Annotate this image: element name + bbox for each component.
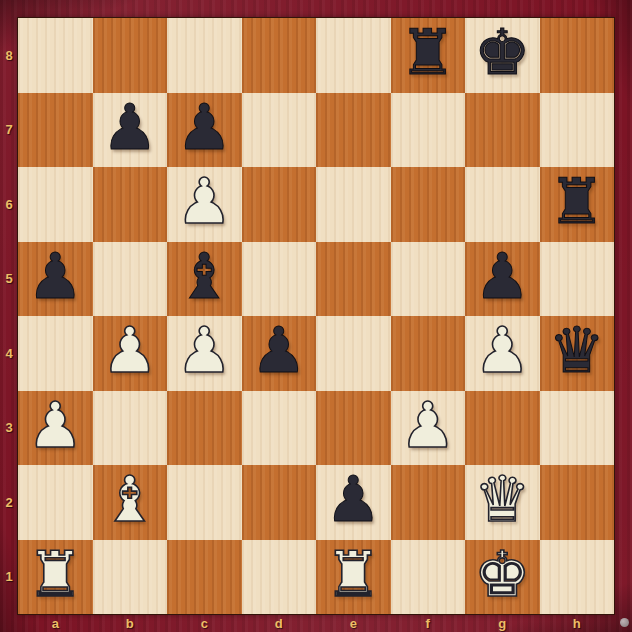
- piece-black-rook[interactable]: ♜: [549, 167, 605, 239]
- file-label-g: g: [465, 614, 540, 632]
- square-b5[interactable]: [93, 242, 168, 317]
- piece-white-pawn[interactable]: ♟: [474, 316, 530, 388]
- file-label-c: c: [167, 614, 242, 632]
- square-e8[interactable]: [316, 18, 391, 93]
- square-b4[interactable]: ♟: [93, 316, 168, 391]
- rank-label-6: 6: [0, 167, 18, 242]
- square-f7[interactable]: [391, 93, 466, 168]
- square-a8[interactable]: [18, 18, 93, 93]
- square-h7[interactable]: [540, 93, 615, 168]
- square-c2[interactable]: [167, 465, 242, 540]
- square-e1[interactable]: ♜: [316, 540, 391, 615]
- square-e5[interactable]: [316, 242, 391, 317]
- square-g2[interactable]: ♛: [465, 465, 540, 540]
- square-c1[interactable]: [167, 540, 242, 615]
- piece-black-queen[interactable]: ♛: [549, 316, 605, 388]
- file-label-e: e: [316, 614, 391, 632]
- square-d3[interactable]: [242, 391, 317, 466]
- chess-board: ♜♚♟♟♟♜♟♝♟♟♟♟♟♛♟♟♝♟♛♜♜♚: [18, 18, 614, 614]
- square-f8[interactable]: ♜: [391, 18, 466, 93]
- piece-white-pawn[interactable]: ♟: [176, 167, 232, 239]
- square-c5[interactable]: ♝: [167, 242, 242, 317]
- square-h4[interactable]: ♛: [540, 316, 615, 391]
- square-f6[interactable]: [391, 167, 466, 242]
- square-b2[interactable]: ♝: [93, 465, 168, 540]
- square-d4[interactable]: ♟: [242, 316, 317, 391]
- square-h6[interactable]: ♜: [540, 167, 615, 242]
- rank-label-3: 3: [0, 391, 18, 466]
- square-d6[interactable]: [242, 167, 317, 242]
- piece-white-queen[interactable]: ♛: [474, 465, 530, 537]
- square-c4[interactable]: ♟: [167, 316, 242, 391]
- square-a5[interactable]: ♟: [18, 242, 93, 317]
- square-c3[interactable]: [167, 391, 242, 466]
- square-d1[interactable]: [242, 540, 317, 615]
- piece-black-pawn[interactable]: ♟: [102, 93, 158, 165]
- rank-label-5: 5: [0, 242, 18, 317]
- piece-black-pawn[interactable]: ♟: [325, 465, 381, 537]
- square-a1[interactable]: ♜: [18, 540, 93, 615]
- square-f2[interactable]: [391, 465, 466, 540]
- square-f3[interactable]: ♟: [391, 391, 466, 466]
- piece-black-king[interactable]: ♚: [474, 18, 530, 90]
- rank-label-7: 7: [0, 93, 18, 168]
- piece-black-pawn[interactable]: ♟: [176, 93, 232, 165]
- rank-label-8: 8: [0, 18, 18, 93]
- square-b6[interactable]: [93, 167, 168, 242]
- square-g1[interactable]: ♚: [465, 540, 540, 615]
- square-f4[interactable]: [391, 316, 466, 391]
- square-g6[interactable]: [465, 167, 540, 242]
- square-b7[interactable]: ♟: [93, 93, 168, 168]
- resize-dot: [620, 618, 629, 627]
- square-d8[interactable]: [242, 18, 317, 93]
- square-b8[interactable]: [93, 18, 168, 93]
- square-g8[interactable]: ♚: [465, 18, 540, 93]
- square-h3[interactable]: [540, 391, 615, 466]
- piece-white-pawn[interactable]: ♟: [102, 316, 158, 388]
- square-d7[interactable]: [242, 93, 317, 168]
- file-label-d: d: [242, 614, 317, 632]
- square-e4[interactable]: [316, 316, 391, 391]
- piece-white-pawn[interactable]: ♟: [27, 391, 83, 463]
- file-labels: abcdefgh: [18, 614, 614, 632]
- piece-white-bishop[interactable]: ♝: [102, 465, 158, 537]
- square-c8[interactable]: [167, 18, 242, 93]
- square-a6[interactable]: [18, 167, 93, 242]
- square-f1[interactable]: [391, 540, 466, 615]
- square-h8[interactable]: [540, 18, 615, 93]
- square-c6[interactable]: ♟: [167, 167, 242, 242]
- piece-white-pawn[interactable]: ♟: [400, 391, 456, 463]
- piece-black-pawn[interactable]: ♟: [251, 316, 307, 388]
- piece-black-pawn[interactable]: ♟: [474, 242, 530, 314]
- piece-white-pawn[interactable]: ♟: [176, 316, 232, 388]
- square-g3[interactable]: [465, 391, 540, 466]
- square-c7[interactable]: ♟: [167, 93, 242, 168]
- rank-labels: 87654321: [0, 18, 18, 614]
- square-a7[interactable]: [18, 93, 93, 168]
- board-frame: 87654321 ♜♚♟♟♟♜♟♝♟♟♟♟♟♛♟♟♝♟♛♜♜♚ abcdefgh: [0, 0, 632, 632]
- square-h5[interactable]: [540, 242, 615, 317]
- rank-label-1: 1: [0, 540, 18, 615]
- square-e7[interactable]: [316, 93, 391, 168]
- square-d5[interactable]: [242, 242, 317, 317]
- square-b3[interactable]: [93, 391, 168, 466]
- square-h1[interactable]: [540, 540, 615, 615]
- piece-white-king[interactable]: ♚: [474, 540, 530, 612]
- piece-white-rook[interactable]: ♜: [27, 540, 83, 612]
- square-e3[interactable]: [316, 391, 391, 466]
- square-b1[interactable]: [93, 540, 168, 615]
- square-h2[interactable]: [540, 465, 615, 540]
- square-f5[interactable]: [391, 242, 466, 317]
- square-g5[interactable]: ♟: [465, 242, 540, 317]
- rank-label-4: 4: [0, 316, 18, 391]
- square-g7[interactable]: [465, 93, 540, 168]
- square-a4[interactable]: [18, 316, 93, 391]
- piece-black-rook[interactable]: ♜: [400, 18, 456, 90]
- rank-label-2: 2: [0, 465, 18, 540]
- square-g4[interactable]: ♟: [465, 316, 540, 391]
- file-label-h: h: [540, 614, 615, 632]
- square-a3[interactable]: ♟: [18, 391, 93, 466]
- square-e2[interactable]: ♟: [316, 465, 391, 540]
- file-label-b: b: [93, 614, 168, 632]
- piece-white-rook[interactable]: ♜: [325, 540, 381, 612]
- square-d2[interactable]: [242, 465, 317, 540]
- file-label-a: a: [18, 614, 93, 632]
- square-a2[interactable]: [18, 465, 93, 540]
- square-e6[interactable]: [316, 167, 391, 242]
- file-label-f: f: [391, 614, 466, 632]
- piece-black-pawn[interactable]: ♟: [27, 242, 83, 314]
- piece-black-bishop[interactable]: ♝: [176, 242, 232, 314]
